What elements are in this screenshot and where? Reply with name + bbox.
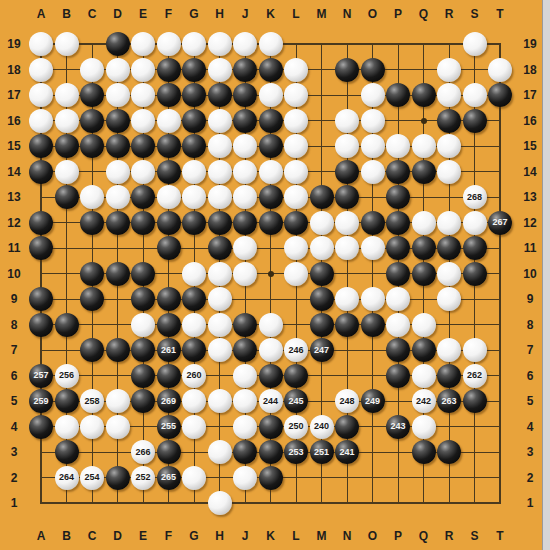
black-stone-L5[interactable]: 245 <box>284 389 308 413</box>
black-stone-A11[interactable] <box>29 236 53 260</box>
white-stone-B16[interactable] <box>55 109 79 133</box>
white-stone-O17[interactable] <box>361 83 385 107</box>
white-stone-E19[interactable] <box>131 32 155 56</box>
black-stone-M10[interactable] <box>310 262 334 286</box>
black-stone-N8[interactable] <box>335 313 359 337</box>
white-stone-L10[interactable] <box>284 262 308 286</box>
black-stone-J7[interactable] <box>233 338 257 362</box>
black-stone-B13[interactable] <box>55 185 79 209</box>
white-stone-G2[interactable] <box>182 466 206 490</box>
white-stone-S19[interactable] <box>463 32 487 56</box>
black-stone-C17[interactable] <box>80 83 104 107</box>
white-stone-J11[interactable] <box>233 236 257 260</box>
black-stone-H11[interactable] <box>208 236 232 260</box>
black-stone-J12[interactable] <box>233 211 257 235</box>
white-stone-H5[interactable] <box>208 389 232 413</box>
white-stone-N11[interactable] <box>335 236 359 260</box>
black-stone-N13[interactable] <box>335 185 359 209</box>
black-stone-P13[interactable] <box>386 185 410 209</box>
column-label-bottom: F <box>165 529 172 543</box>
black-stone-R3[interactable] <box>437 440 461 464</box>
white-stone-G8[interactable] <box>182 313 206 337</box>
black-stone-P11[interactable] <box>386 236 410 260</box>
white-stone-S7[interactable] <box>463 338 487 362</box>
white-stone-H8[interactable] <box>208 313 232 337</box>
white-stone-S17[interactable] <box>463 83 487 107</box>
row-label-right: 8 <box>527 318 534 332</box>
white-stone-S13[interactable]: 268 <box>463 185 487 209</box>
black-stone-H12[interactable] <box>208 211 232 235</box>
white-stone-D13[interactable] <box>106 185 130 209</box>
white-stone-L4[interactable]: 250 <box>284 415 308 439</box>
white-stone-E16[interactable] <box>131 109 155 133</box>
row-label-right: 14 <box>523 165 536 179</box>
column-label-top: P <box>394 7 402 21</box>
white-stone-C2[interactable]: 254 <box>80 466 104 490</box>
white-stone-O11[interactable] <box>361 236 385 260</box>
row-label-right: 15 <box>523 139 536 153</box>
black-stone-N14[interactable] <box>335 160 359 184</box>
row-label-left: 6 <box>11 369 18 383</box>
white-stone-J15[interactable] <box>233 134 257 158</box>
black-stone-P10[interactable] <box>386 262 410 286</box>
black-stone-A4[interactable] <box>29 415 53 439</box>
row-label-right: 3 <box>527 445 534 459</box>
black-stone-G12[interactable] <box>182 211 206 235</box>
column-label-top: A <box>37 7 46 21</box>
white-stone-H16[interactable] <box>208 109 232 133</box>
row-label-left: 15 <box>7 139 20 153</box>
black-stone-C7[interactable] <box>80 338 104 362</box>
white-stone-A18[interactable] <box>29 58 53 82</box>
white-stone-R18[interactable] <box>437 58 461 82</box>
white-stone-E8[interactable] <box>131 313 155 337</box>
black-stone-M3[interactable]: 251 <box>310 440 334 464</box>
column-label-bottom: T <box>496 529 503 543</box>
white-stone-K19[interactable] <box>259 32 283 56</box>
black-stone-Q3[interactable] <box>412 440 436 464</box>
black-stone-J16[interactable] <box>233 109 257 133</box>
black-stone-D2[interactable] <box>106 466 130 490</box>
black-stone-K16[interactable] <box>259 109 283 133</box>
star-point <box>421 118 427 124</box>
black-stone-G15[interactable] <box>182 134 206 158</box>
move-number: 246 <box>288 346 303 355</box>
row-label-left: 16 <box>7 114 20 128</box>
move-number: 257 <box>33 371 48 380</box>
black-stone-K15[interactable] <box>259 134 283 158</box>
black-stone-N3[interactable]: 241 <box>335 440 359 464</box>
black-stone-F2[interactable]: 265 <box>157 466 181 490</box>
white-stone-H13[interactable] <box>208 185 232 209</box>
white-stone-G13[interactable] <box>182 185 206 209</box>
white-stone-T18[interactable] <box>488 58 512 82</box>
white-stone-E14[interactable] <box>131 160 155 184</box>
black-stone-S10[interactable] <box>463 262 487 286</box>
black-stone-A5[interactable]: 259 <box>29 389 53 413</box>
black-stone-G7[interactable] <box>182 338 206 362</box>
white-stone-R7[interactable] <box>437 338 461 362</box>
black-stone-F6[interactable] <box>157 364 181 388</box>
white-stone-J6[interactable] <box>233 364 257 388</box>
move-number: 258 <box>84 397 99 406</box>
black-stone-L3[interactable]: 253 <box>284 440 308 464</box>
black-stone-T17[interactable] <box>488 83 512 107</box>
black-stone-E13[interactable] <box>131 185 155 209</box>
row-label-right: 10 <box>523 267 536 281</box>
black-stone-G18[interactable] <box>182 58 206 82</box>
move-number: 250 <box>288 422 303 431</box>
row-label-left: 18 <box>7 63 20 77</box>
row-label-left: 17 <box>7 88 20 102</box>
white-stone-Q6[interactable] <box>412 364 436 388</box>
white-stone-J13[interactable] <box>233 185 257 209</box>
white-stone-N9[interactable] <box>335 287 359 311</box>
white-stone-P15[interactable] <box>386 134 410 158</box>
black-stone-A12[interactable] <box>29 211 53 235</box>
white-stone-L18[interactable] <box>284 58 308 82</box>
black-stone-N18[interactable] <box>335 58 359 82</box>
row-label-left: 10 <box>7 267 20 281</box>
move-number: 244 <box>263 397 278 406</box>
black-stone-Q14[interactable] <box>412 160 436 184</box>
white-stone-H1[interactable] <box>208 491 232 515</box>
move-number: 254 <box>84 473 99 482</box>
white-stone-H14[interactable] <box>208 160 232 184</box>
white-stone-K17[interactable] <box>259 83 283 107</box>
row-label-left: 13 <box>7 190 20 204</box>
black-stone-B3[interactable] <box>55 440 79 464</box>
move-number: 240 <box>314 422 329 431</box>
white-stone-F16[interactable] <box>157 109 181 133</box>
white-stone-M11[interactable] <box>310 236 334 260</box>
white-stone-D17[interactable] <box>106 83 130 107</box>
black-stone-R11[interactable] <box>437 236 461 260</box>
row-label-left: 8 <box>11 318 18 332</box>
white-stone-J14[interactable] <box>233 160 257 184</box>
white-stone-R14[interactable] <box>437 160 461 184</box>
white-stone-H7[interactable] <box>208 338 232 362</box>
black-stone-F4[interactable]: 255 <box>157 415 181 439</box>
black-stone-D19[interactable] <box>106 32 130 56</box>
black-stone-T12[interactable]: 267 <box>488 211 512 235</box>
black-stone-J3[interactable] <box>233 440 257 464</box>
black-stone-D12[interactable] <box>106 211 130 235</box>
black-stone-M13[interactable] <box>310 185 334 209</box>
column-label-top: N <box>343 7 352 21</box>
white-stone-G14[interactable] <box>182 160 206 184</box>
move-number: 267 <box>492 218 507 227</box>
column-label-bottom: J <box>242 529 249 543</box>
move-number: 243 <box>390 422 405 431</box>
white-stone-L16[interactable] <box>284 109 308 133</box>
black-stone-P12[interactable] <box>386 211 410 235</box>
column-label-bottom: C <box>88 529 97 543</box>
white-stone-N12[interactable] <box>335 211 359 235</box>
row-label-right: 6 <box>527 369 534 383</box>
white-stone-N15[interactable] <box>335 134 359 158</box>
move-number: 241 <box>339 448 354 457</box>
white-stone-O14[interactable] <box>361 160 385 184</box>
move-number: 265 <box>161 473 176 482</box>
row-label-left: 9 <box>11 292 18 306</box>
white-stone-B17[interactable] <box>55 83 79 107</box>
white-stone-G5[interactable] <box>182 389 206 413</box>
white-stone-R17[interactable] <box>437 83 461 107</box>
black-stone-L12[interactable] <box>284 211 308 235</box>
black-stone-S11[interactable] <box>463 236 487 260</box>
black-stone-N4[interactable] <box>335 415 359 439</box>
white-stone-R9[interactable] <box>437 287 461 311</box>
move-number: 242 <box>416 397 431 406</box>
black-stone-E12[interactable] <box>131 211 155 235</box>
move-number: 260 <box>186 371 201 380</box>
black-stone-E9[interactable] <box>131 287 155 311</box>
black-stone-P7[interactable] <box>386 338 410 362</box>
black-stone-K4[interactable] <box>259 415 283 439</box>
black-stone-L6[interactable] <box>284 364 308 388</box>
white-stone-H3[interactable] <box>208 440 232 464</box>
black-stone-J18[interactable] <box>233 58 257 82</box>
column-label-top: T <box>496 7 503 21</box>
black-stone-K12[interactable] <box>259 211 283 235</box>
white-stone-C4[interactable] <box>80 415 104 439</box>
black-stone-P14[interactable] <box>386 160 410 184</box>
column-label-bottom: A <box>37 529 46 543</box>
black-stone-Q7[interactable] <box>412 338 436 362</box>
black-stone-M8[interactable] <box>310 313 334 337</box>
black-stone-M9[interactable] <box>310 287 334 311</box>
white-stone-A19[interactable] <box>29 32 53 56</box>
white-stone-O15[interactable] <box>361 134 385 158</box>
black-stone-K3[interactable] <box>259 440 283 464</box>
white-stone-F13[interactable] <box>157 185 181 209</box>
black-stone-F9[interactable] <box>157 287 181 311</box>
black-stone-P17[interactable] <box>386 83 410 107</box>
black-stone-Q17[interactable] <box>412 83 436 107</box>
white-stone-P8[interactable] <box>386 313 410 337</box>
white-stone-K14[interactable] <box>259 160 283 184</box>
move-number: 264 <box>59 473 74 482</box>
white-stone-E17[interactable] <box>131 83 155 107</box>
black-stone-D15[interactable] <box>106 134 130 158</box>
white-stone-A17[interactable] <box>29 83 53 107</box>
white-stone-E3[interactable]: 266 <box>131 440 155 464</box>
white-stone-L11[interactable] <box>284 236 308 260</box>
black-stone-G9[interactable] <box>182 287 206 311</box>
white-stone-L7[interactable]: 246 <box>284 338 308 362</box>
go-board[interactable]: AABBCCDDEEFFGGHHJJKKLLMMNNOOPPQQRRSSTT19… <box>0 0 550 550</box>
black-stone-F15[interactable] <box>157 134 181 158</box>
white-stone-Q12[interactable] <box>412 211 436 235</box>
black-stone-K2[interactable] <box>259 466 283 490</box>
black-stone-E5[interactable] <box>131 389 155 413</box>
black-stone-C16[interactable] <box>80 109 104 133</box>
white-stone-F19[interactable] <box>157 32 181 56</box>
white-stone-O9[interactable] <box>361 287 385 311</box>
white-stone-Q15[interactable] <box>412 134 436 158</box>
row-label-left: 2 <box>11 471 18 485</box>
white-stone-Q8[interactable] <box>412 313 436 337</box>
black-stone-P4[interactable]: 243 <box>386 415 410 439</box>
white-stone-J5[interactable] <box>233 389 257 413</box>
move-number: 266 <box>135 448 150 457</box>
white-stone-E2[interactable]: 252 <box>131 466 155 490</box>
white-stone-G19[interactable] <box>182 32 206 56</box>
white-stone-J10[interactable] <box>233 262 257 286</box>
white-stone-L14[interactable] <box>284 160 308 184</box>
black-stone-E7[interactable] <box>131 338 155 362</box>
black-stone-O5[interactable]: 249 <box>361 389 385 413</box>
black-stone-M7[interactable]: 247 <box>310 338 334 362</box>
column-label-top: F <box>165 7 172 21</box>
white-stone-C5[interactable]: 258 <box>80 389 104 413</box>
column-label-bottom: O <box>368 529 377 543</box>
black-stone-O12[interactable] <box>361 211 385 235</box>
black-stone-C15[interactable] <box>80 134 104 158</box>
black-stone-S5[interactable] <box>463 389 487 413</box>
black-stone-G16[interactable] <box>182 109 206 133</box>
black-stone-C10[interactable] <box>80 262 104 286</box>
row-label-right: 17 <box>523 88 536 102</box>
black-stone-A6[interactable]: 257 <box>29 364 53 388</box>
move-number: 255 <box>161 422 176 431</box>
black-stone-P6[interactable] <box>386 364 410 388</box>
white-stone-E18[interactable] <box>131 58 155 82</box>
black-stone-R6[interactable] <box>437 364 461 388</box>
white-stone-Q5[interactable]: 242 <box>412 389 436 413</box>
white-stone-S12[interactable] <box>463 211 487 235</box>
white-stone-J4[interactable] <box>233 415 257 439</box>
column-label-top: E <box>139 7 147 21</box>
black-stone-E15[interactable] <box>131 134 155 158</box>
black-stone-Q10[interactable] <box>412 262 436 286</box>
white-stone-O16[interactable] <box>361 109 385 133</box>
row-label-right: 13 <box>523 190 536 204</box>
black-stone-R5[interactable]: 263 <box>437 389 461 413</box>
black-stone-F14[interactable] <box>157 160 181 184</box>
white-stone-B4[interactable] <box>55 415 79 439</box>
white-stone-G4[interactable] <box>182 415 206 439</box>
white-stone-H9[interactable] <box>208 287 232 311</box>
white-stone-K5[interactable]: 244 <box>259 389 283 413</box>
black-stone-O18[interactable] <box>361 58 385 82</box>
white-stone-N5[interactable]: 248 <box>335 389 359 413</box>
white-stone-M4[interactable]: 240 <box>310 415 334 439</box>
white-stone-B14[interactable] <box>55 160 79 184</box>
move-number: 268 <box>467 193 482 202</box>
white-stone-D18[interactable] <box>106 58 130 82</box>
black-stone-Q11[interactable] <box>412 236 436 260</box>
white-stone-Q4[interactable] <box>412 415 436 439</box>
white-stone-R12[interactable] <box>437 211 461 235</box>
black-stone-B5[interactable] <box>55 389 79 413</box>
black-stone-E10[interactable] <box>131 262 155 286</box>
white-stone-S6[interactable]: 262 <box>463 364 487 388</box>
column-label-top: S <box>470 7 478 21</box>
black-stone-O8[interactable] <box>361 313 385 337</box>
white-stone-C13[interactable] <box>80 185 104 209</box>
white-stone-K8[interactable] <box>259 313 283 337</box>
black-stone-F17[interactable] <box>157 83 181 107</box>
white-stone-D14[interactable] <box>106 160 130 184</box>
black-stone-A14[interactable] <box>29 160 53 184</box>
black-stone-K13[interactable] <box>259 185 283 209</box>
black-stone-G17[interactable] <box>182 83 206 107</box>
white-stone-D5[interactable] <box>106 389 130 413</box>
white-stone-P9[interactable] <box>386 287 410 311</box>
black-stone-F8[interactable] <box>157 313 181 337</box>
white-stone-H19[interactable] <box>208 32 232 56</box>
white-stone-M12[interactable] <box>310 211 334 235</box>
white-stone-K7[interactable] <box>259 338 283 362</box>
black-stone-F7[interactable]: 261 <box>157 338 181 362</box>
column-label-bottom: Q <box>419 529 428 543</box>
white-stone-H18[interactable] <box>208 58 232 82</box>
white-stone-G6[interactable]: 260 <box>182 364 206 388</box>
row-label-left: 5 <box>11 394 18 408</box>
white-stone-N16[interactable] <box>335 109 359 133</box>
column-label-bottom: R <box>445 529 454 543</box>
black-stone-F12[interactable] <box>157 211 181 235</box>
white-stone-J2[interactable] <box>233 466 257 490</box>
move-number: 247 <box>314 346 329 355</box>
black-stone-B15[interactable] <box>55 134 79 158</box>
black-stone-A9[interactable] <box>29 287 53 311</box>
white-stone-G10[interactable] <box>182 262 206 286</box>
black-stone-C9[interactable] <box>80 287 104 311</box>
black-stone-K18[interactable] <box>259 58 283 82</box>
black-stone-D16[interactable] <box>106 109 130 133</box>
black-stone-J8[interactable] <box>233 313 257 337</box>
white-stone-D4[interactable] <box>106 415 130 439</box>
white-stone-L15[interactable] <box>284 134 308 158</box>
white-stone-R10[interactable] <box>437 262 461 286</box>
white-stone-B2[interactable]: 264 <box>55 466 79 490</box>
black-stone-B8[interactable] <box>55 313 79 337</box>
black-stone-A8[interactable] <box>29 313 53 337</box>
black-stone-D10[interactable] <box>106 262 130 286</box>
move-number: 251 <box>314 448 329 457</box>
black-stone-A15[interactable] <box>29 134 53 158</box>
white-stone-A16[interactable] <box>29 109 53 133</box>
white-stone-R15[interactable] <box>437 134 461 158</box>
white-stone-H15[interactable] <box>208 134 232 158</box>
black-stone-H17[interactable] <box>208 83 232 107</box>
black-stone-F11[interactable] <box>157 236 181 260</box>
black-stone-C12[interactable] <box>80 211 104 235</box>
white-stone-H10[interactable] <box>208 262 232 286</box>
row-label-right: 2 <box>527 471 534 485</box>
black-stone-K6[interactable] <box>259 364 283 388</box>
column-label-bottom: M <box>317 529 327 543</box>
black-stone-F3[interactable] <box>157 440 181 464</box>
column-label-bottom: L <box>292 529 299 543</box>
black-stone-J17[interactable] <box>233 83 257 107</box>
black-stone-F18[interactable] <box>157 58 181 82</box>
white-stone-B6[interactable]: 256 <box>55 364 79 388</box>
black-stone-S16[interactable] <box>463 109 487 133</box>
black-stone-F5[interactable]: 269 <box>157 389 181 413</box>
white-stone-L13[interactable] <box>284 185 308 209</box>
white-stone-C18[interactable] <box>80 58 104 82</box>
black-stone-E6[interactable] <box>131 364 155 388</box>
white-stone-L17[interactable] <box>284 83 308 107</box>
white-stone-J19[interactable] <box>233 32 257 56</box>
black-stone-D7[interactable] <box>106 338 130 362</box>
black-stone-R16[interactable] <box>437 109 461 133</box>
white-stone-B19[interactable] <box>55 32 79 56</box>
